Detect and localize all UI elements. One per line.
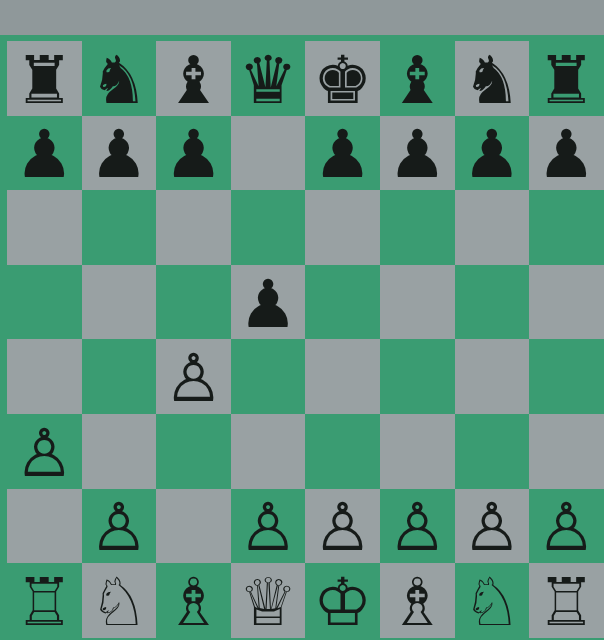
piece-white-king[interactable]: ♔ bbox=[313, 565, 372, 636]
piece-white-pawn[interactable]: ♙ bbox=[388, 490, 447, 561]
piece-white-pawn[interactable]: ♙ bbox=[238, 490, 297, 561]
square-d6[interactable] bbox=[231, 190, 306, 265]
square-a8[interactable]: ♜ bbox=[7, 41, 82, 116]
piece-black-pawn[interactable]: ♟ bbox=[388, 117, 447, 188]
piece-white-pawn[interactable]: ♙ bbox=[15, 416, 74, 487]
piece-white-pawn[interactable]: ♙ bbox=[89, 490, 148, 561]
square-f3[interactable] bbox=[380, 414, 455, 489]
square-a3[interactable]: ♙ bbox=[7, 414, 82, 489]
piece-black-rook[interactable]: ♜ bbox=[537, 43, 596, 114]
piece-white-rook[interactable]: ♖ bbox=[537, 565, 596, 636]
piece-white-bishop[interactable]: ♗ bbox=[388, 565, 447, 636]
piece-black-pawn[interactable]: ♟ bbox=[164, 117, 223, 188]
square-g6[interactable] bbox=[455, 190, 530, 265]
square-a6[interactable] bbox=[7, 190, 82, 265]
square-f8[interactable]: ♝ bbox=[380, 41, 455, 116]
square-g7[interactable]: ♟ bbox=[455, 116, 530, 191]
square-e1[interactable]: ♔ bbox=[305, 563, 380, 638]
square-b5[interactable] bbox=[82, 265, 157, 340]
square-c1[interactable]: ♗ bbox=[156, 563, 231, 638]
square-b1[interactable]: ♘ bbox=[82, 563, 157, 638]
square-d8[interactable]: ♛ bbox=[231, 41, 306, 116]
square-b2[interactable]: ♙ bbox=[82, 489, 157, 564]
square-h5[interactable] bbox=[529, 265, 604, 340]
square-c2[interactable] bbox=[156, 489, 231, 564]
square-g4[interactable] bbox=[455, 339, 530, 414]
piece-black-pawn[interactable]: ♟ bbox=[537, 117, 596, 188]
square-d2[interactable]: ♙ bbox=[231, 489, 306, 564]
square-a4[interactable] bbox=[7, 339, 82, 414]
square-c4[interactable]: ♙ bbox=[156, 339, 231, 414]
piece-white-knight[interactable]: ♘ bbox=[89, 565, 148, 636]
piece-white-pawn[interactable]: ♙ bbox=[313, 490, 372, 561]
square-c3[interactable] bbox=[156, 414, 231, 489]
piece-black-pawn[interactable]: ♟ bbox=[462, 117, 521, 188]
square-e7[interactable]: ♟ bbox=[305, 116, 380, 191]
piece-white-queen[interactable]: ♕ bbox=[238, 565, 297, 636]
square-d5[interactable]: ♟ bbox=[231, 265, 306, 340]
piece-black-pawn[interactable]: ♟ bbox=[89, 117, 148, 188]
piece-white-knight[interactable]: ♘ bbox=[462, 565, 521, 636]
square-h1[interactable]: ♖ bbox=[529, 563, 604, 638]
square-c5[interactable] bbox=[156, 265, 231, 340]
square-a5[interactable] bbox=[7, 265, 82, 340]
square-g5[interactable] bbox=[455, 265, 530, 340]
piece-black-king[interactable]: ♚ bbox=[313, 43, 372, 114]
square-b6[interactable] bbox=[82, 190, 157, 265]
piece-black-pawn[interactable]: ♟ bbox=[238, 267, 297, 338]
square-d1[interactable]: ♕ bbox=[231, 563, 306, 638]
board-grid: ♜♞♝♛♚♝♞♜♟♟♟♟♟♟♟♟♙♙♙♙♙♙♙♙♖♘♗♕♔♗♘♖ bbox=[7, 41, 604, 638]
square-c8[interactable]: ♝ bbox=[156, 41, 231, 116]
square-h3[interactable] bbox=[529, 414, 604, 489]
title-bar bbox=[0, 0, 604, 35]
square-b4[interactable] bbox=[82, 339, 157, 414]
square-e3[interactable] bbox=[305, 414, 380, 489]
square-f2[interactable]: ♙ bbox=[380, 489, 455, 564]
piece-black-bishop[interactable]: ♝ bbox=[388, 43, 447, 114]
square-g1[interactable]: ♘ bbox=[455, 563, 530, 638]
square-e4[interactable] bbox=[305, 339, 380, 414]
square-b7[interactable]: ♟ bbox=[82, 116, 157, 191]
square-f7[interactable]: ♟ bbox=[380, 116, 455, 191]
piece-white-pawn[interactable]: ♙ bbox=[164, 341, 223, 412]
square-f4[interactable] bbox=[380, 339, 455, 414]
square-f1[interactable]: ♗ bbox=[380, 563, 455, 638]
square-a2[interactable] bbox=[7, 489, 82, 564]
square-g3[interactable] bbox=[455, 414, 530, 489]
square-h7[interactable]: ♟ bbox=[529, 116, 604, 191]
square-e2[interactable]: ♙ bbox=[305, 489, 380, 564]
square-g8[interactable]: ♞ bbox=[455, 41, 530, 116]
square-h8[interactable]: ♜ bbox=[529, 41, 604, 116]
square-g2[interactable]: ♙ bbox=[455, 489, 530, 564]
piece-black-pawn[interactable]: ♟ bbox=[313, 117, 372, 188]
piece-black-rook[interactable]: ♜ bbox=[15, 43, 74, 114]
square-b8[interactable]: ♞ bbox=[82, 41, 157, 116]
square-e5[interactable] bbox=[305, 265, 380, 340]
piece-black-knight[interactable]: ♞ bbox=[462, 43, 521, 114]
square-a1[interactable]: ♖ bbox=[7, 563, 82, 638]
piece-white-bishop[interactable]: ♗ bbox=[164, 565, 223, 636]
square-c6[interactable] bbox=[156, 190, 231, 265]
square-d3[interactable] bbox=[231, 414, 306, 489]
square-d4[interactable] bbox=[231, 339, 306, 414]
piece-white-pawn[interactable]: ♙ bbox=[537, 490, 596, 561]
square-e6[interactable] bbox=[305, 190, 380, 265]
square-b3[interactable] bbox=[82, 414, 157, 489]
square-d7[interactable] bbox=[231, 116, 306, 191]
square-e8[interactable]: ♚ bbox=[305, 41, 380, 116]
square-f6[interactable] bbox=[380, 190, 455, 265]
square-h6[interactable] bbox=[529, 190, 604, 265]
square-h2[interactable]: ♙ bbox=[529, 489, 604, 564]
piece-black-queen[interactable]: ♛ bbox=[238, 43, 297, 114]
square-c7[interactable]: ♟ bbox=[156, 116, 231, 191]
square-h4[interactable] bbox=[529, 339, 604, 414]
square-a7[interactable]: ♟ bbox=[7, 116, 82, 191]
piece-black-pawn[interactable]: ♟ bbox=[15, 117, 74, 188]
piece-black-bishop[interactable]: ♝ bbox=[164, 43, 223, 114]
square-f5[interactable] bbox=[380, 265, 455, 340]
piece-black-knight[interactable]: ♞ bbox=[89, 43, 148, 114]
chess-board: ♜♞♝♛♚♝♞♜♟♟♟♟♟♟♟♟♙♙♙♙♙♙♙♙♖♘♗♕♔♗♘♖ bbox=[0, 35, 604, 640]
piece-white-rook[interactable]: ♖ bbox=[15, 565, 74, 636]
piece-white-pawn[interactable]: ♙ bbox=[462, 490, 521, 561]
